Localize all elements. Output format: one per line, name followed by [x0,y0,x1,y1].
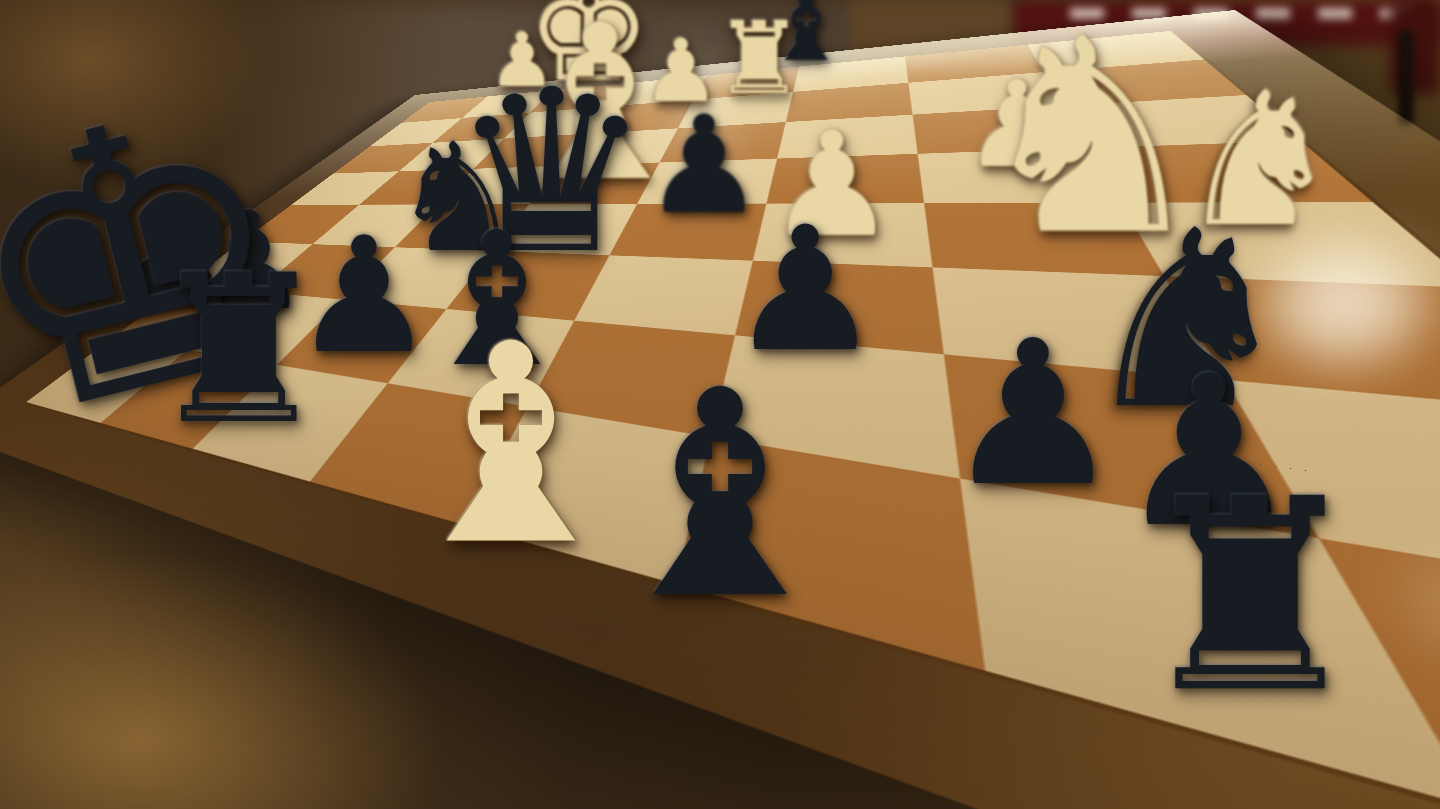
blurred-white-lettering [1318,8,1352,19]
chess-photo-stage: ♚♜♟♟♟♝♞♛♝♝♟♟♟♟♟♚♟♜♝♟♞♞♞♟♜♝ [0,0,1440,809]
blurred-white-lettering [1256,8,1290,19]
piece-black-bishop-e8: ♝ [592,353,848,638]
piece-black-rook-b8: ♜ [147,248,331,453]
piece-black-pawn-f7: ♟ [943,314,1122,514]
piece-black-rook-g8: ♜ [1131,464,1369,729]
dark-object-table-edge [1398,30,1414,125]
